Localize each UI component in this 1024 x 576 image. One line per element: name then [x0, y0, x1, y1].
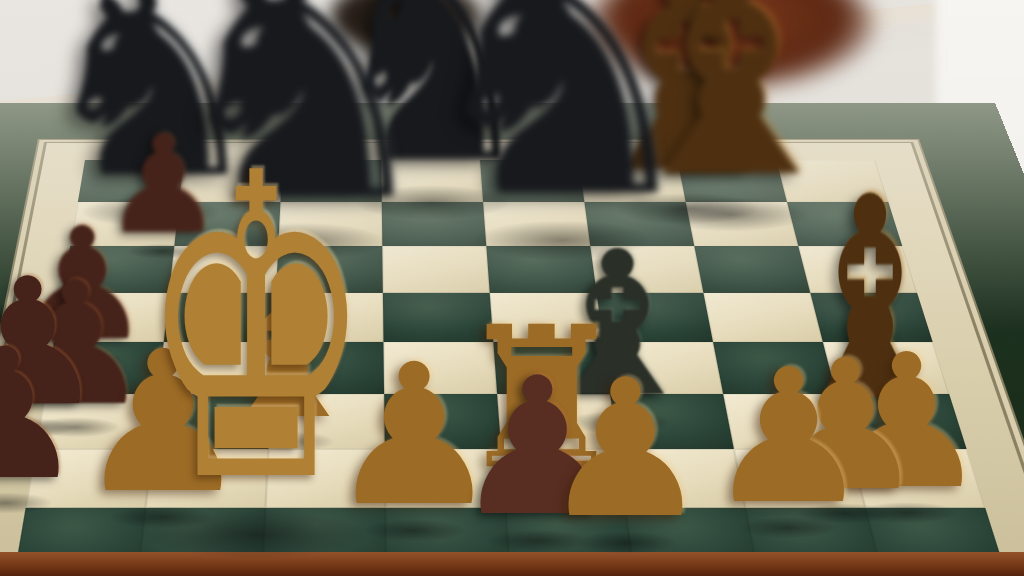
piece-white-pawn-g2[interactable]: ♟ [706, 345, 872, 530]
pieces-layer: ♞♞♞♞♝♝♟♟♟♟♟♟♟♟♟♟♟♟♚♝♜♝♝ [0, 0, 1024, 576]
chess-scene: ♞♞♞♞♝♝♟♟♟♟♟♟♟♟♟♟♟♟♚♝♜♝♝ [0, 0, 1024, 576]
piece-white-pawn-a2[interactable]: ♟ [0, 325, 85, 505]
piece-white-king-c2[interactable]: ♚ [139, 120, 372, 540]
piece-white-pawn-f2[interactable]: ♟ [540, 355, 710, 545]
